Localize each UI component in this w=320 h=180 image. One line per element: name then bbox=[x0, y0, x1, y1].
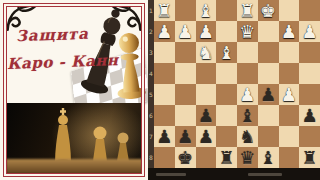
square[interactable] bbox=[299, 84, 320, 105]
board-area: 12345678 ♜♝♜♚♟♟♟♛♟♟♞♝♟♟♟♟♝♟♟♟♟♞♚♜♛♝♜ bbox=[148, 0, 320, 180]
square[interactable] bbox=[175, 42, 196, 63]
square[interactable] bbox=[279, 147, 300, 168]
square[interactable] bbox=[175, 84, 196, 105]
black-bishop-piece: ♝ bbox=[258, 147, 279, 168]
square[interactable] bbox=[237, 42, 258, 63]
white-pawn-piece: ♟ bbox=[237, 84, 258, 105]
square[interactable] bbox=[258, 126, 279, 147]
square[interactable] bbox=[258, 105, 279, 126]
caption-text-smudge bbox=[248, 173, 282, 176]
black-pawn-piece: ♟ bbox=[258, 84, 279, 105]
square[interactable]: ♛ bbox=[237, 147, 258, 168]
square[interactable] bbox=[196, 147, 217, 168]
square[interactable] bbox=[299, 126, 320, 147]
square[interactable] bbox=[279, 126, 300, 147]
square[interactable] bbox=[216, 84, 237, 105]
square[interactable] bbox=[279, 0, 300, 21]
white-knight-piece: ♞ bbox=[196, 42, 217, 63]
square[interactable] bbox=[216, 0, 237, 21]
white-pawn-piece: ♟ bbox=[299, 21, 320, 42]
square[interactable] bbox=[154, 84, 175, 105]
black-king-piece: ♚ bbox=[175, 147, 196, 168]
square[interactable]: ♞ bbox=[196, 42, 217, 63]
black-knight-piece: ♞ bbox=[237, 126, 258, 147]
white-king-piece: ♚ bbox=[258, 0, 279, 21]
square[interactable]: ♟ bbox=[237, 84, 258, 105]
square[interactable] bbox=[258, 42, 279, 63]
caption-bar bbox=[148, 168, 320, 180]
square[interactable] bbox=[299, 63, 320, 84]
square[interactable]: ♜ bbox=[299, 147, 320, 168]
square[interactable]: ♟ bbox=[175, 126, 196, 147]
black-pawn-piece: ♟ bbox=[196, 126, 217, 147]
square[interactable] bbox=[196, 84, 217, 105]
square[interactable] bbox=[299, 0, 320, 21]
white-pawn-piece: ♟ bbox=[154, 21, 175, 42]
white-queen-piece: ♛ bbox=[237, 21, 258, 42]
square[interactable] bbox=[258, 63, 279, 84]
chess-photo bbox=[6, 103, 142, 174]
black-rook-piece: ♜ bbox=[299, 147, 320, 168]
black-pawn-piece: ♟ bbox=[196, 105, 217, 126]
square[interactable]: ♟ bbox=[196, 21, 217, 42]
square[interactable]: ♛ bbox=[237, 21, 258, 42]
square[interactable] bbox=[258, 21, 279, 42]
square[interactable] bbox=[175, 0, 196, 21]
white-bishop-piece: ♝ bbox=[196, 0, 217, 21]
square[interactable]: ♟ bbox=[154, 21, 175, 42]
square[interactable] bbox=[216, 105, 237, 126]
white-pawn-piece: ♟ bbox=[279, 84, 300, 105]
square[interactable]: ♜ bbox=[216, 147, 237, 168]
square[interactable]: ♟ bbox=[299, 105, 320, 126]
square[interactable] bbox=[216, 21, 237, 42]
title-line-1: Защита bbox=[16, 25, 90, 46]
square[interactable]: ♚ bbox=[258, 0, 279, 21]
square[interactable] bbox=[154, 42, 175, 63]
white-rook-piece: ♜ bbox=[154, 0, 175, 21]
square[interactable]: ♟ bbox=[258, 84, 279, 105]
square[interactable]: ♟ bbox=[196, 105, 217, 126]
white-rook-piece: ♜ bbox=[237, 0, 258, 21]
square[interactable]: ♝ bbox=[216, 42, 237, 63]
white-pawn-piece: ♟ bbox=[279, 21, 300, 42]
square[interactable] bbox=[299, 42, 320, 63]
square[interactable] bbox=[196, 63, 217, 84]
square[interactable]: ♝ bbox=[237, 105, 258, 126]
square[interactable]: ♝ bbox=[258, 147, 279, 168]
black-bishop-piece: ♝ bbox=[237, 105, 258, 126]
square[interactable]: ♟ bbox=[196, 126, 217, 147]
black-pawn-piece: ♟ bbox=[154, 126, 175, 147]
square[interactable] bbox=[279, 63, 300, 84]
left-panel: Защита Каро - Канн bbox=[0, 0, 148, 180]
photo-board-surface bbox=[6, 159, 142, 174]
square[interactable]: ♞ bbox=[237, 126, 258, 147]
square[interactable]: ♟ bbox=[154, 126, 175, 147]
square[interactable]: ♟ bbox=[299, 21, 320, 42]
chess-board[interactable]: ♜♝♜♚♟♟♟♛♟♟♞♝♟♟♟♟♝♟♟♟♟♞♚♜♛♝♜ bbox=[154, 0, 320, 168]
square[interactable] bbox=[154, 147, 175, 168]
square[interactable] bbox=[154, 105, 175, 126]
square[interactable] bbox=[279, 42, 300, 63]
black-queen-piece: ♛ bbox=[237, 147, 258, 168]
square[interactable] bbox=[216, 126, 237, 147]
square[interactable] bbox=[154, 63, 175, 84]
square[interactable] bbox=[175, 105, 196, 126]
square[interactable] bbox=[237, 63, 258, 84]
square[interactable]: ♜ bbox=[237, 0, 258, 21]
square[interactable] bbox=[279, 105, 300, 126]
white-bishop-piece: ♝ bbox=[216, 42, 237, 63]
square[interactable] bbox=[175, 63, 196, 84]
thumbnail: Защита Каро - Канн bbox=[0, 0, 320, 180]
square[interactable] bbox=[216, 63, 237, 84]
square[interactable]: ♚ bbox=[175, 147, 196, 168]
black-pawn-piece: ♟ bbox=[299, 105, 320, 126]
white-pawn-piece: ♟ bbox=[175, 21, 196, 42]
black-pawn-piece: ♟ bbox=[175, 126, 196, 147]
square[interactable]: ♝ bbox=[196, 0, 217, 21]
square[interactable]: ♜ bbox=[154, 0, 175, 21]
square[interactable]: ♟ bbox=[175, 21, 196, 42]
square[interactable]: ♟ bbox=[279, 84, 300, 105]
square[interactable]: ♟ bbox=[279, 21, 300, 42]
black-rook-piece: ♜ bbox=[216, 147, 237, 168]
white-pawn-piece: ♟ bbox=[196, 21, 217, 42]
caption-text-smudge bbox=[156, 173, 186, 176]
corner-flourish-icon bbox=[110, 3, 144, 33]
